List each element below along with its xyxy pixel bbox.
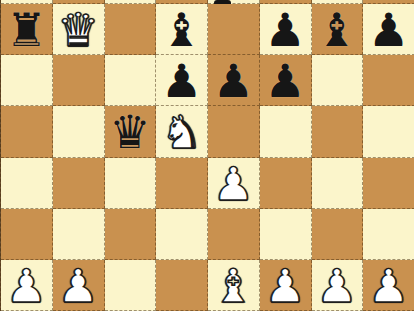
square-h6[interactable] xyxy=(363,55,414,106)
piece-wP-a2[interactable]: ♟ xyxy=(6,263,47,309)
chess-board: ♜♛♝♟♝♟♟♟♟♛♞♟♟♟♝♟♟♟ xyxy=(0,0,414,311)
square-d4[interactable] xyxy=(156,158,208,209)
square-g4[interactable] xyxy=(312,158,364,209)
square-e6[interactable]: ♟ xyxy=(208,55,260,106)
square-e4[interactable]: ♟ xyxy=(208,158,260,209)
piece-bQ-c5[interactable]: ♛ xyxy=(109,109,150,155)
square-d7[interactable]: ♝ xyxy=(156,4,208,55)
square-e5[interactable] xyxy=(208,106,260,157)
square-f7[interactable]: ♟ xyxy=(260,4,312,55)
piece-bP-e6[interactable]: ♟ xyxy=(213,58,254,104)
square-a5[interactable] xyxy=(1,106,53,157)
square-c7[interactable] xyxy=(105,4,157,55)
square-h4[interactable] xyxy=(363,158,414,209)
square-c6[interactable] xyxy=(105,55,157,106)
piece-wN-d5[interactable]: ♞ xyxy=(161,109,202,155)
square-b3[interactable] xyxy=(53,209,105,260)
square-f3[interactable] xyxy=(260,209,312,260)
square-f6[interactable]: ♟ xyxy=(260,55,312,106)
square-h2[interactable]: ♟ xyxy=(363,260,414,311)
square-c5[interactable]: ♛ xyxy=(105,106,157,157)
square-a6[interactable] xyxy=(1,55,53,106)
piece-wQ-b7[interactable]: ♛ xyxy=(58,7,99,53)
square-b5[interactable] xyxy=(53,106,105,157)
piece-bP-f7[interactable]: ♟ xyxy=(265,7,306,53)
square-f2[interactable]: ♟ xyxy=(260,260,312,311)
square-f5[interactable] xyxy=(260,106,312,157)
square-b6[interactable] xyxy=(53,55,105,106)
piece-wP-h2[interactable]: ♟ xyxy=(368,263,409,309)
square-c2[interactable] xyxy=(105,260,157,311)
square-g7[interactable]: ♝ xyxy=(312,4,364,55)
piece-wB-e2[interactable]: ♝ xyxy=(213,263,254,309)
square-c3[interactable] xyxy=(105,209,157,260)
piece-bP-d6[interactable]: ♟ xyxy=(161,58,202,104)
chess-board-screenshot: ♜♛♝♟♝♟♟♟♟♛♞♟♟♟♝♟♟♟ xyxy=(0,0,414,311)
piece-wP-g2[interactable]: ♟ xyxy=(316,263,357,309)
piece-bB-g7[interactable]: ♝ xyxy=(316,7,357,53)
square-e7[interactable] xyxy=(208,4,260,55)
piece-bB-d7[interactable]: ♝ xyxy=(161,7,202,53)
square-d3[interactable] xyxy=(156,209,208,260)
square-c4[interactable] xyxy=(105,158,157,209)
square-g5[interactable] xyxy=(312,106,364,157)
square-h5[interactable] xyxy=(363,106,414,157)
square-b4[interactable] xyxy=(53,158,105,209)
square-a4[interactable] xyxy=(1,158,53,209)
square-g2[interactable]: ♟ xyxy=(312,260,364,311)
square-e3[interactable] xyxy=(208,209,260,260)
piece-wP-f2[interactable]: ♟ xyxy=(265,263,306,309)
square-h7[interactable]: ♟ xyxy=(363,4,414,55)
square-h3[interactable] xyxy=(363,209,414,260)
square-d5[interactable]: ♞ xyxy=(156,106,208,157)
square-d2[interactable] xyxy=(156,260,208,311)
square-b2[interactable]: ♟ xyxy=(53,260,105,311)
square-a3[interactable] xyxy=(1,209,53,260)
square-a7[interactable]: ♜ xyxy=(1,4,53,55)
piece-bR-a7[interactable]: ♜ xyxy=(6,7,47,53)
square-g6[interactable] xyxy=(312,55,364,106)
piece-wP-e4[interactable]: ♟ xyxy=(213,161,254,207)
piece-wP-b2[interactable]: ♟ xyxy=(58,263,99,309)
square-d6[interactable]: ♟ xyxy=(156,55,208,106)
square-b7[interactable]: ♛ xyxy=(53,4,105,55)
piece-bP-f6[interactable]: ♟ xyxy=(265,58,306,104)
square-e2[interactable]: ♝ xyxy=(208,260,260,311)
piece-bP-h7[interactable]: ♟ xyxy=(368,7,409,53)
square-f4[interactable] xyxy=(260,158,312,209)
square-g3[interactable] xyxy=(312,209,364,260)
square-a2[interactable]: ♟ xyxy=(1,260,53,311)
